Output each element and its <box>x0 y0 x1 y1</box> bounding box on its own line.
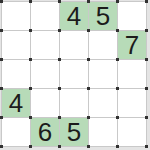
cell-r5c5[interactable] <box>118 118 146 146</box>
cell-r3c5[interactable] <box>118 60 146 88</box>
cell-r1c3-given[interactable]: 4 <box>60 2 88 30</box>
cell-r1c4-given[interactable]: 5 <box>89 2 117 30</box>
cell-r4c2[interactable] <box>31 89 59 117</box>
cell-r5c2-given[interactable]: 6 <box>31 118 59 146</box>
cell-r3c2[interactable] <box>31 60 59 88</box>
cell-r4c3[interactable] <box>60 89 88 117</box>
cell-r2c4[interactable] <box>89 31 117 59</box>
cell-r4c5[interactable] <box>118 89 146 117</box>
cell-r2c2[interactable] <box>31 31 59 59</box>
cell-r5c3-given[interactable]: 5 <box>60 118 88 146</box>
cell-r1c2[interactable] <box>31 2 59 30</box>
cell-r5c1[interactable] <box>2 118 30 146</box>
cell-r2c3[interactable] <box>60 31 88 59</box>
cell-r3c3[interactable] <box>60 60 88 88</box>
cell-r5c4[interactable] <box>89 118 117 146</box>
cell-r4c4[interactable] <box>89 89 117 117</box>
cell-r4c1-given[interactable]: 4 <box>2 89 30 117</box>
cell-r2c1[interactable] <box>2 31 30 59</box>
cell-r2c5-given[interactable]: 7 <box>118 31 146 59</box>
cell-r3c4[interactable] <box>89 60 117 88</box>
puzzle-board: 457465 <box>1 1 147 147</box>
cell-r3c1[interactable] <box>2 60 30 88</box>
cell-r1c1[interactable] <box>2 2 30 30</box>
puzzle-viewport: 457465 <box>0 0 150 150</box>
cell-r1c5[interactable] <box>118 2 146 30</box>
